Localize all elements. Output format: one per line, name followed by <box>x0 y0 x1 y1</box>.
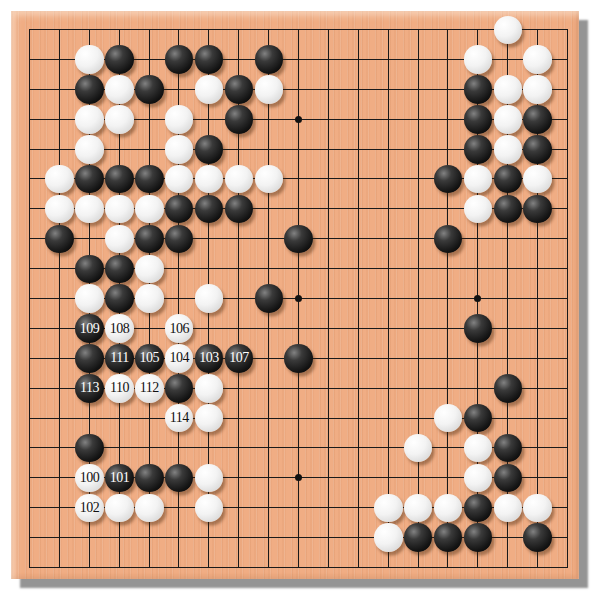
stone-white <box>464 195 493 224</box>
stone-black <box>464 105 493 134</box>
stone-black: 103 <box>195 344 224 373</box>
stone-white <box>374 523 403 552</box>
move-number-label: 106 <box>169 322 189 336</box>
stone-black <box>464 75 493 104</box>
stone-white <box>434 494 463 523</box>
stone-white <box>464 434 493 463</box>
stone-white <box>135 255 164 284</box>
move-number-label: 102 <box>80 501 100 515</box>
stone-white <box>523 75 552 104</box>
star-point <box>474 295 481 302</box>
stone-white <box>464 45 493 74</box>
stone-white <box>523 494 552 523</box>
stone-black <box>404 523 433 552</box>
stone-white: 110 <box>105 374 134 403</box>
stone-black <box>105 45 134 74</box>
stone-black <box>523 523 552 552</box>
stone-white <box>165 165 194 194</box>
move-number-label: 114 <box>170 411 189 425</box>
stone-black <box>75 75 104 104</box>
stone-black <box>195 195 224 224</box>
stone-black <box>523 105 552 134</box>
move-number-label: 107 <box>229 351 249 365</box>
go-board[interactable]: 1091081061111051041031071131101121141001… <box>11 11 579 579</box>
stone-white <box>45 165 74 194</box>
stone-white <box>45 195 74 224</box>
stone-white: 102 <box>75 494 104 523</box>
stone-black: 109 <box>75 314 104 343</box>
stone-black <box>464 314 493 343</box>
stone-white: 104 <box>165 344 194 373</box>
stone-white: 114 <box>165 404 194 433</box>
stone-black: 111 <box>105 344 134 373</box>
stone-white <box>165 135 194 164</box>
stone-black <box>494 165 523 194</box>
stone-black <box>434 523 463 552</box>
stone-white <box>75 105 104 134</box>
move-number-label: 101 <box>110 471 130 485</box>
stone-white <box>195 165 224 194</box>
stone-black <box>225 75 254 104</box>
move-number-label: 104 <box>169 351 189 365</box>
stone-white <box>135 284 164 313</box>
move-number-label: 109 <box>80 322 100 336</box>
stone-black <box>105 255 134 284</box>
move-number-label: 110 <box>110 381 129 395</box>
stone-black <box>165 45 194 74</box>
stone-white <box>494 105 523 134</box>
stone-white <box>165 105 194 134</box>
stone-black: 101 <box>105 464 134 493</box>
stone-black <box>165 225 194 254</box>
stone-white <box>523 45 552 74</box>
stone-black <box>523 135 552 164</box>
stone-white <box>404 434 433 463</box>
stone-white <box>195 464 224 493</box>
stone-white <box>494 494 523 523</box>
stone-white <box>195 75 224 104</box>
stone-black: 113 <box>75 374 104 403</box>
stone-white <box>195 494 224 523</box>
stone-black <box>135 165 164 194</box>
stone-white <box>105 195 134 224</box>
stone-white <box>374 494 403 523</box>
stone-white <box>523 165 552 194</box>
stone-white <box>105 225 134 254</box>
stone-black <box>195 45 224 74</box>
move-number-label: 103 <box>199 351 219 365</box>
stone-black <box>494 374 523 403</box>
stone-black <box>434 225 463 254</box>
star-point <box>295 295 302 302</box>
stone-black <box>284 225 313 254</box>
stone-black <box>494 195 523 224</box>
stone-white: 100 <box>75 464 104 493</box>
stone-white <box>255 165 284 194</box>
stone-white <box>464 464 493 493</box>
stone-white <box>494 75 523 104</box>
stone-white <box>195 374 224 403</box>
move-number-label: 105 <box>140 351 160 365</box>
stone-black <box>195 135 224 164</box>
stone-white <box>225 165 254 194</box>
stone-black <box>165 464 194 493</box>
stone-white <box>255 75 284 104</box>
stone-black <box>494 464 523 493</box>
stone-white <box>105 105 134 134</box>
stone-white <box>494 135 523 164</box>
stone-white: 108 <box>105 314 134 343</box>
move-number-label: 112 <box>140 381 159 395</box>
stone-black <box>135 464 164 493</box>
stone-black <box>45 225 74 254</box>
stone-black <box>464 135 493 164</box>
page: 1091081061111051041031071131101121141001… <box>0 0 600 600</box>
move-number-label: 100 <box>80 471 100 485</box>
stone-black <box>75 165 104 194</box>
stone-black <box>75 344 104 373</box>
stone-white <box>434 404 463 433</box>
stone-black <box>225 195 254 224</box>
stone-white <box>195 404 224 433</box>
stone-black <box>165 374 194 403</box>
stone-white <box>75 195 104 224</box>
stone-white <box>195 284 224 313</box>
stone-black <box>523 195 552 224</box>
star-point <box>295 474 302 481</box>
stone-black <box>165 195 194 224</box>
stone-black <box>135 75 164 104</box>
stone-white <box>135 195 164 224</box>
stone-white <box>494 16 523 45</box>
stone-black <box>464 494 493 523</box>
stone-white <box>105 494 134 523</box>
stone-black <box>255 284 284 313</box>
stone-black <box>464 523 493 552</box>
stone-white <box>464 165 493 194</box>
stone-white <box>75 284 104 313</box>
stone-white <box>105 75 134 104</box>
stone-black: 105 <box>135 344 164 373</box>
stone-black <box>284 344 313 373</box>
stone-black <box>225 105 254 134</box>
stone-black <box>464 404 493 433</box>
stone-white <box>75 135 104 164</box>
stone-black <box>75 434 104 463</box>
stone-white: 112 <box>135 374 164 403</box>
move-number-label: 111 <box>110 351 128 365</box>
stone-black <box>255 45 284 74</box>
stone-black <box>494 434 523 463</box>
stone-black <box>105 284 134 313</box>
stone-black: 107 <box>225 344 254 373</box>
move-number-label: 108 <box>110 322 130 336</box>
star-point <box>295 116 302 123</box>
stone-white <box>75 45 104 74</box>
move-number-label: 113 <box>80 381 99 395</box>
stone-white <box>135 494 164 523</box>
stone-white: 106 <box>165 314 194 343</box>
stone-black <box>105 165 134 194</box>
stone-black <box>434 165 463 194</box>
board-grid: 1091081061111051041031071131101121141001… <box>15 15 583 583</box>
stone-white <box>404 494 433 523</box>
stone-black <box>135 225 164 254</box>
stone-black <box>75 255 104 284</box>
